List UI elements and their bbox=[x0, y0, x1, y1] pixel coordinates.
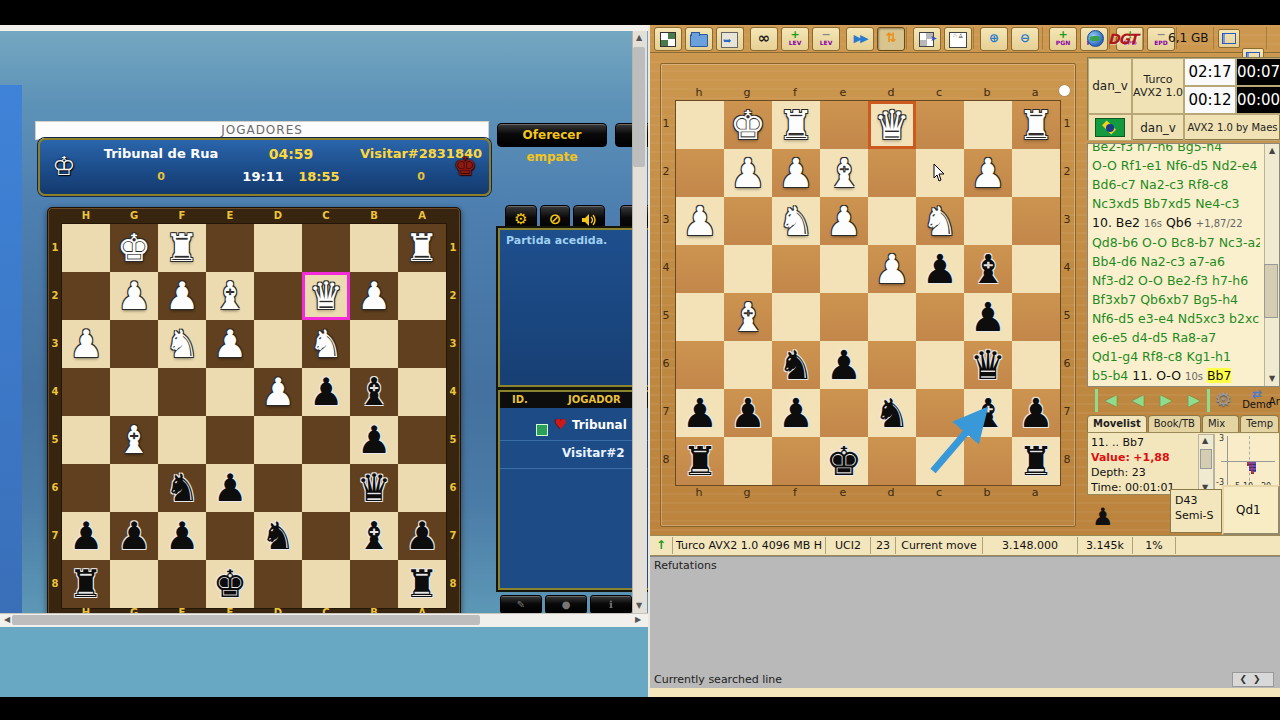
square-d4[interactable]: ♟ bbox=[254, 368, 302, 416]
horizontal-scroll-thumb[interactable] bbox=[12, 615, 480, 625]
scroll-right-arrow[interactable]: ▶ bbox=[632, 614, 644, 626]
square-g4[interactable] bbox=[110, 368, 158, 416]
move-text[interactable]: e6-e5 d4-d5 Ra8-a7 bbox=[1092, 330, 1216, 345]
square-d4[interactable]: ♟ bbox=[868, 245, 916, 293]
square-e7[interactable] bbox=[820, 389, 868, 437]
piece-bP-g7: ♟ bbox=[110, 512, 158, 560]
movelist-line[interactable]: e6-e5 d4-d5 Ra8-a7 bbox=[1092, 328, 1260, 347]
tab-temp[interactable]: Temp bbox=[1240, 415, 1279, 432]
file-label: d bbox=[867, 87, 915, 99]
square-g2[interactable]: ♟ bbox=[110, 272, 158, 320]
square-c8[interactable] bbox=[302, 560, 350, 608]
square-g7[interactable]: ♟ bbox=[110, 512, 158, 560]
square-h5[interactable] bbox=[676, 293, 724, 341]
info-button[interactable]: ℹ bbox=[590, 595, 632, 614]
square-f1[interactable]: ♜ bbox=[158, 224, 206, 272]
players-table-header: ID. JOGADOR bbox=[500, 392, 648, 408]
rank-label: 2 bbox=[48, 272, 62, 320]
rank-label: 7 bbox=[446, 512, 460, 560]
square-g3[interactable] bbox=[110, 320, 158, 368]
left-chess-site-window: JOGADORES ♔ Tribunal de Rua 04:59 Visita… bbox=[0, 25, 648, 697]
square-g6[interactable] bbox=[110, 464, 158, 512]
value-label: Value: bbox=[1091, 451, 1130, 464]
square-e5[interactable] bbox=[820, 293, 868, 341]
piece-bP-c4: ♟ bbox=[916, 245, 964, 293]
scroll-up-arrow[interactable]: ▲ bbox=[633, 32, 645, 44]
square-h6[interactable] bbox=[62, 464, 110, 512]
square-e8[interactable]: ♚ bbox=[206, 560, 254, 608]
file-label: e bbox=[819, 487, 867, 499]
move-text[interactable]: Bf3xb7 Qb6xb7 Bg5-h4 bbox=[1092, 292, 1238, 307]
board-icon bbox=[660, 32, 676, 47]
move-text[interactable]: Nc3xd5 Bb7xd5 Ne4-c3 bbox=[1092, 196, 1240, 211]
square-f2[interactable]: ♟ bbox=[158, 272, 206, 320]
square-f8[interactable] bbox=[158, 560, 206, 608]
tab-movelist[interactable]: Movelist bbox=[1087, 415, 1147, 432]
piece-bR-h8: ♜ bbox=[676, 437, 724, 485]
movelist-line[interactable]: Be2-f3 h7-h6 Bg5-h4 bbox=[1092, 143, 1260, 156]
flag-cell bbox=[1088, 114, 1132, 141]
searched-line-label: Currently searched line bbox=[654, 673, 782, 686]
square-g8[interactable] bbox=[724, 437, 772, 485]
engine-status-segment: 3.145k bbox=[1078, 537, 1133, 554]
infinite-analysis-button[interactable]: ∞ bbox=[750, 27, 778, 51]
square-e4[interactable] bbox=[206, 368, 254, 416]
rank-label: 8 bbox=[660, 436, 672, 484]
piece-bP-b5: ♟ bbox=[350, 416, 398, 464]
lev-label: LEV bbox=[813, 40, 839, 46]
previous-move-button[interactable]: ◀ bbox=[1125, 389, 1151, 412]
rank-label: 7 bbox=[660, 388, 672, 436]
left-board-ranks-right: 12345678 bbox=[446, 224, 460, 608]
piece-wR-f1: ♜ bbox=[158, 224, 206, 272]
engine-status-segments: Turco AVX2 1.0 4096 MB HUCI223Current mo… bbox=[673, 537, 1176, 554]
engine-name: Turco AVX2 1.0 bbox=[1132, 58, 1184, 114]
square-h1[interactable] bbox=[62, 224, 110, 272]
square-c6[interactable] bbox=[916, 341, 964, 389]
depth: Depth: 23 bbox=[1091, 465, 1197, 480]
square-c1[interactable] bbox=[916, 101, 964, 149]
square-a8[interactable]: ♜ bbox=[1012, 437, 1060, 485]
square-e6[interactable]: ♟ bbox=[820, 341, 868, 389]
square-b2[interactable]: ♟ bbox=[964, 149, 1012, 197]
square-c5[interactable] bbox=[916, 293, 964, 341]
rank-label: 2 bbox=[1061, 148, 1073, 196]
refutations-panel[interactable]: Refutations Currently searched line ❮❯ bbox=[650, 556, 1280, 689]
piece-wP-f2: ♟ bbox=[772, 149, 820, 197]
movelist-line[interactable]: 10. Be216sQb6+1,87/22 bbox=[1092, 213, 1260, 233]
pgn-plus-button[interactable]: +PGN bbox=[1049, 27, 1077, 51]
square-b2[interactable]: ♟ bbox=[350, 272, 398, 320]
movelist[interactable]: Be2-f3 h7-h6 Bg5-h4O-O Rf1-e1 Nf6-d5 Nd2… bbox=[1092, 143, 1260, 386]
folder-icon bbox=[690, 34, 708, 47]
square-a1[interactable]: ♜ bbox=[398, 224, 446, 272]
chat-panel[interactable]: Partida acedida. bbox=[498, 228, 648, 387]
file-label: g bbox=[723, 87, 771, 99]
piece-wR-a1: ♜ bbox=[398, 224, 446, 272]
square-d8[interactable] bbox=[254, 560, 302, 608]
eco-code: D43 bbox=[1175, 493, 1217, 508]
move-text[interactable]: Bb4-d6 Na2-c3 a7-a6 bbox=[1092, 254, 1225, 269]
square-f4[interactable] bbox=[158, 368, 206, 416]
square-h4[interactable] bbox=[62, 368, 110, 416]
engine-clock-2: 00:00 bbox=[1236, 86, 1280, 114]
up-down-icon: ⇅ bbox=[886, 30, 897, 45]
file-label: B bbox=[350, 209, 398, 223]
new-game-button[interactable] bbox=[654, 27, 682, 51]
square-f2[interactable]: ♟ bbox=[772, 149, 820, 197]
rank-label: 4 bbox=[660, 244, 672, 292]
last-move-button[interactable]: ▶ bbox=[1181, 389, 1210, 412]
square-d7[interactable]: ♞ bbox=[868, 389, 916, 437]
square-d5[interactable] bbox=[254, 416, 302, 464]
square-g3[interactable] bbox=[724, 197, 772, 245]
square-d1[interactable]: ♛ bbox=[868, 101, 916, 149]
offer-draw-button[interactable]: Oferecer empate bbox=[497, 123, 607, 147]
square-h5[interactable] bbox=[62, 416, 110, 464]
square-a6[interactable] bbox=[1012, 341, 1060, 389]
line-nav-buttons[interactable]: ❮❯ bbox=[1232, 672, 1274, 687]
square-c7[interactable] bbox=[302, 512, 350, 560]
square-d2[interactable] bbox=[868, 149, 916, 197]
square-d5[interactable] bbox=[868, 293, 916, 341]
square-b7[interactable]: ♝ bbox=[350, 512, 398, 560]
square-h3[interactable]: ♟ bbox=[676, 197, 724, 245]
square-d7[interactable]: ♞ bbox=[254, 512, 302, 560]
rank-label: 5 bbox=[660, 292, 672, 340]
piece-wP-b2: ♟ bbox=[350, 272, 398, 320]
piece-bK-e8: ♚ bbox=[206, 560, 254, 608]
zoom-in-button[interactable]: ⊕ bbox=[980, 27, 1008, 51]
move-text[interactable]: Be2-f3 h7-h6 Bg5-h4 bbox=[1092, 143, 1222, 154]
movelist-line[interactable]: O-O Rf1-e1 Nf6-d5 Nd2-e4 bbox=[1092, 156, 1260, 175]
file-label: h bbox=[675, 87, 723, 99]
move-text[interactable]: +1,87/22 bbox=[1196, 218, 1243, 229]
move-text[interactable]: Qb6 bbox=[1166, 215, 1192, 230]
square-b7[interactable]: ♝ bbox=[964, 389, 1012, 437]
square-d8[interactable] bbox=[868, 437, 916, 485]
fast-forward-icon: ▶▶ bbox=[854, 32, 867, 45]
edit-button[interactable]: ✎ bbox=[500, 595, 542, 614]
square-e5[interactable] bbox=[206, 416, 254, 464]
square-h7[interactable]: ♟ bbox=[676, 389, 724, 437]
maximize-icon[interactable] bbox=[1218, 29, 1240, 48]
square-b1[interactable] bbox=[350, 224, 398, 272]
square-b3[interactable] bbox=[964, 197, 1012, 245]
lev-label: LEV bbox=[782, 40, 808, 46]
piece-bN-d7: ♞ bbox=[868, 389, 916, 437]
square-c4[interactable]: ♟ bbox=[302, 368, 350, 416]
pgn-label: PGN bbox=[1050, 40, 1076, 46]
square-d6[interactable] bbox=[254, 464, 302, 512]
square-h7[interactable]: ♟ bbox=[62, 512, 110, 560]
square-c1[interactable] bbox=[302, 224, 350, 272]
scroll-up-arrow[interactable]: ▲ bbox=[1199, 435, 1211, 447]
panel-tabs: MovelistBook/TBMix 1Temp bbox=[1087, 415, 1280, 432]
right-board-grid[interactable]: ♚♜♛♜♟♟♝♟♟♞♟♞♟♟♝♝♟♞♟♛♟♟♟♞♝♟♜♚♜ bbox=[675, 100, 1061, 486]
move-text[interactable]: 11. O-O bbox=[1132, 368, 1181, 383]
square-b5[interactable]: ♟ bbox=[350, 416, 398, 464]
square-g2[interactable]: ♟ bbox=[724, 149, 772, 197]
left-board-files-top: HGFEDCBA bbox=[62, 209, 446, 223]
piece-bN-f6: ♞ bbox=[772, 341, 820, 389]
piece-bQ-b6: ♛ bbox=[350, 464, 398, 512]
square-b1[interactable] bbox=[964, 101, 1012, 149]
square-b4[interactable]: ♝ bbox=[350, 368, 398, 416]
square-h4[interactable] bbox=[676, 245, 724, 293]
piece-bN-d7: ♞ bbox=[254, 512, 302, 560]
scroll-up-arrow[interactable]: ▲ bbox=[1266, 145, 1278, 157]
movelist-line[interactable]: Qd8-b6 O-O Bc8-b7 Nc3-a2 bbox=[1092, 233, 1260, 252]
globe-icon[interactable] bbox=[1087, 30, 1104, 47]
rank-label: 3 bbox=[660, 196, 672, 244]
move-text[interactable]: 10s bbox=[1185, 371, 1203, 382]
left-board-ranks-left: 12345678 bbox=[48, 224, 62, 608]
square-c5[interactable] bbox=[302, 416, 350, 464]
square-f5[interactable] bbox=[158, 416, 206, 464]
square-g8[interactable] bbox=[110, 560, 158, 608]
square-a8[interactable]: ♜ bbox=[398, 560, 446, 608]
piece-bP-f7: ♟ bbox=[772, 389, 820, 437]
square-h3[interactable]: ♟ bbox=[62, 320, 110, 368]
square-b3[interactable] bbox=[350, 320, 398, 368]
player-panel: ♔ Tribunal de Rua 04:59 Visitar#2831840 … bbox=[38, 138, 491, 196]
piece-wQ-c2: ♛ bbox=[302, 272, 350, 320]
square-a4[interactable] bbox=[398, 368, 446, 416]
piece-bP-h7: ♟ bbox=[62, 512, 110, 560]
square-b6[interactable]: ♛ bbox=[350, 464, 398, 512]
square-f5[interactable] bbox=[772, 293, 820, 341]
piece-wN-f3: ♞ bbox=[158, 320, 206, 368]
square-b4[interactable]: ♝ bbox=[964, 245, 1012, 293]
level-minus-button[interactable]: −LEV bbox=[812, 27, 840, 51]
info-scrollbar[interactable]: ▲ ▼ bbox=[1198, 434, 1214, 495]
movelist-line[interactable]: b5-b411. O-O10sBb7 bbox=[1092, 366, 1260, 386]
rank-label: 2 bbox=[660, 148, 672, 196]
rank-label: 7 bbox=[48, 512, 62, 560]
analysis-label-clipped: An bbox=[1269, 396, 1280, 407]
square-f3[interactable]: ♞ bbox=[158, 320, 206, 368]
square-e2[interactable]: ♝ bbox=[206, 272, 254, 320]
square-g5[interactable]: ♝ bbox=[724, 293, 772, 341]
square-c3[interactable]: ♞ bbox=[916, 197, 964, 245]
file-label: c bbox=[915, 487, 963, 499]
square-a6[interactable] bbox=[398, 464, 446, 512]
vertical-scroll-thumb[interactable] bbox=[633, 47, 645, 167]
file-label: b bbox=[963, 87, 1011, 99]
file-label: D bbox=[254, 209, 302, 223]
move-text[interactable]: Qd8-b6 O-O Bc8-b7 Nc3-a2 bbox=[1092, 235, 1260, 250]
piece-wP-h3: ♟ bbox=[62, 320, 110, 368]
square-c3[interactable]: ♞ bbox=[302, 320, 350, 368]
flip-board-button[interactable]: ⇅ bbox=[877, 27, 905, 51]
square-f3[interactable]: ♞ bbox=[772, 197, 820, 245]
square-e2[interactable]: ♝ bbox=[820, 149, 868, 197]
square-a3[interactable] bbox=[398, 320, 446, 368]
save-icon bbox=[721, 32, 738, 48]
tab-mix-1[interactable]: Mix 1 bbox=[1202, 415, 1239, 432]
square-e1[interactable] bbox=[820, 101, 868, 149]
square-f1[interactable]: ♜ bbox=[772, 101, 820, 149]
eco-row: ♟ D43 Semi-S Qd1 bbox=[1087, 495, 1280, 535]
square-d2[interactable] bbox=[254, 272, 302, 320]
rank-label: 1 bbox=[446, 224, 460, 272]
piece-wB-e2: ♝ bbox=[820, 149, 868, 197]
white-score: 0 bbox=[86, 166, 236, 190]
first-move-button[interactable]: ◀ bbox=[1095, 389, 1124, 412]
move-text[interactable]: O-O Rf1-e1 Nf6-d5 Nd2-e4 bbox=[1092, 158, 1258, 173]
book-move-box[interactable]: Qd1 bbox=[1222, 485, 1280, 535]
highlighted-move[interactable]: Bb7 bbox=[1207, 368, 1231, 383]
black-pawn-icon: ♟ bbox=[1092, 503, 1114, 531]
square-g4[interactable] bbox=[724, 245, 772, 293]
square-a7[interactable]: ♟ bbox=[398, 512, 446, 560]
move-text[interactable]: Nf6-d5 e3-e4 Nd5xc3 b2xc3 bbox=[1092, 311, 1260, 326]
square-c8[interactable] bbox=[916, 437, 964, 485]
square-h1[interactable] bbox=[676, 101, 724, 149]
square-h2[interactable] bbox=[62, 272, 110, 320]
info-scroll-thumb[interactable] bbox=[1200, 449, 1212, 469]
black-crown-icon: ♚ bbox=[445, 142, 485, 190]
main-clock: 04:59 bbox=[236, 142, 346, 166]
piece-bB-b7: ♝ bbox=[964, 389, 1012, 437]
file-label: G bbox=[110, 209, 158, 223]
scroll-down-arrow[interactable]: ▼ bbox=[1266, 373, 1278, 385]
square-e6[interactable]: ♟ bbox=[206, 464, 254, 512]
next-move-button[interactable]: ▶ bbox=[1153, 389, 1179, 412]
zoom-out-icon: ⊖ bbox=[1020, 31, 1030, 45]
movelist-line[interactable]: Bb4-d6 Na2-c3 a7-a6 bbox=[1092, 252, 1260, 271]
engine-arrow-button[interactable]: ↑ bbox=[650, 537, 673, 554]
square-d1[interactable] bbox=[254, 224, 302, 272]
square-a4[interactable] bbox=[1012, 245, 1060, 293]
open-button[interactable] bbox=[685, 27, 713, 51]
square-e4[interactable] bbox=[820, 245, 868, 293]
file-label: h bbox=[675, 487, 723, 499]
square-b8[interactable] bbox=[964, 437, 1012, 485]
square-a1[interactable]: ♜ bbox=[1012, 101, 1060, 149]
square-g5[interactable]: ♝ bbox=[110, 416, 158, 464]
square-c6[interactable] bbox=[302, 464, 350, 512]
move-now-button[interactable]: ▶▶ bbox=[846, 27, 874, 51]
square-b5[interactable]: ♟ bbox=[964, 293, 1012, 341]
square-h2[interactable] bbox=[676, 149, 724, 197]
left-board-grid[interactable]: ♚♜♜♟♟♝♛♟♟♞♟♞♟♟♝♝♟♞♟♛♟♟♟♞♝♟♜♚♜ bbox=[61, 223, 447, 609]
mic-button[interactable]: ● bbox=[545, 595, 587, 614]
square-g1[interactable]: ♚ bbox=[110, 224, 158, 272]
square-d6[interactable] bbox=[868, 341, 916, 389]
save-button[interactable] bbox=[716, 27, 744, 51]
movelist-scrollbar[interactable]: ▲ ▼ bbox=[1264, 144, 1279, 386]
square-h6[interactable] bbox=[676, 341, 724, 389]
rank-label: 3 bbox=[1061, 196, 1073, 244]
brazil-flag-icon bbox=[1095, 118, 1125, 137]
square-d3[interactable] bbox=[868, 197, 916, 245]
setup-position-button[interactable] bbox=[913, 27, 941, 51]
shield-icon: ♥ bbox=[554, 416, 567, 432]
square-f4[interactable] bbox=[772, 245, 820, 293]
engine-settings-button[interactable]: ⚙ bbox=[1215, 388, 1232, 410]
right-board-ranks-right: 12345678 bbox=[1061, 100, 1073, 484]
movelist-scroll-thumb[interactable] bbox=[1264, 264, 1278, 318]
piece-wP-b2: ♟ bbox=[964, 149, 1012, 197]
square-c7[interactable] bbox=[916, 389, 964, 437]
square-e1[interactable] bbox=[206, 224, 254, 272]
tab-book-tb[interactable]: Book/TB bbox=[1148, 415, 1201, 432]
rank-label: 3 bbox=[48, 320, 62, 368]
move-text[interactable]: Qd1-g4 Rf8-c8 Kg1-h1 bbox=[1092, 349, 1231, 364]
file-label: C bbox=[302, 209, 350, 223]
square-f6[interactable]: ♞ bbox=[772, 341, 820, 389]
square-c2[interactable] bbox=[916, 149, 964, 197]
movelist-line[interactable]: Bd6-c7 Na2-c3 Rf8-c8 bbox=[1092, 175, 1260, 194]
square-e8[interactable]: ♚ bbox=[820, 437, 868, 485]
square-g1[interactable]: ♚ bbox=[724, 101, 772, 149]
left-background-edge bbox=[0, 85, 22, 613]
square-a3[interactable] bbox=[1012, 197, 1060, 245]
square-f7[interactable]: ♟ bbox=[772, 389, 820, 437]
square-e3[interactable]: ♟ bbox=[820, 197, 868, 245]
square-f6[interactable]: ♞ bbox=[158, 464, 206, 512]
table-row[interactable]: ♥ Tribunal bbox=[500, 414, 648, 441]
movelist-line[interactable]: Bf3xb7 Qb6xb7 Bg5-h4 bbox=[1092, 290, 1260, 309]
square-g7[interactable]: ♟ bbox=[724, 389, 772, 437]
engine-status-segment: UCI2 bbox=[826, 537, 871, 554]
level-plus-button[interactable]: +LEV bbox=[781, 27, 809, 51]
square-e7[interactable] bbox=[206, 512, 254, 560]
movelist-line[interactable]: Nc3xd5 Bb7xd5 Ne4-c3 bbox=[1092, 194, 1260, 213]
square-g6[interactable] bbox=[724, 341, 772, 389]
square-b8[interactable] bbox=[350, 560, 398, 608]
white-clock: 19:11 bbox=[242, 169, 283, 184]
square-e3[interactable]: ♟ bbox=[206, 320, 254, 368]
square-a5[interactable] bbox=[398, 416, 446, 464]
white-to-move-indicator bbox=[1059, 85, 1070, 96]
square-a5[interactable] bbox=[1012, 293, 1060, 341]
square-h8[interactable]: ♜ bbox=[62, 560, 110, 608]
piece-wN-c3: ♞ bbox=[916, 197, 964, 245]
square-d3[interactable] bbox=[254, 320, 302, 368]
players-table[interactable]: ID. JOGADOR ♥ Tribunal Visitar#2 bbox=[498, 390, 648, 590]
analysis-text: 11. .. Bb7 Value: +1,88 Depth: 23 Time: … bbox=[1091, 435, 1197, 492]
square-c2[interactable]: ♛ bbox=[302, 272, 350, 320]
table-row[interactable]: Visitar#2 bbox=[500, 442, 648, 469]
movelist-panel[interactable]: Be2-f3 h7-h6 Bg5-h4O-O Rf1-e1 Nf6-d5 Nd2… bbox=[1087, 143, 1280, 387]
move-text[interactable]: Nf3-d2 O-O Be2-f3 h7-h6 bbox=[1092, 273, 1248, 288]
square-f7[interactable]: ♟ bbox=[158, 512, 206, 560]
square-f8[interactable] bbox=[772, 437, 820, 485]
square-h8[interactable]: ♜ bbox=[676, 437, 724, 485]
square-c4[interactable]: ♟ bbox=[916, 245, 964, 293]
movelist-line[interactable]: Nf3-d2 O-O Be2-f3 h7-h6 bbox=[1092, 271, 1260, 290]
move-text[interactable]: 10. Be2 bbox=[1092, 215, 1140, 230]
square-b6[interactable]: ♛ bbox=[964, 341, 1012, 389]
zoom-out-button[interactable]: ⊖ bbox=[1011, 27, 1039, 51]
scroll-down-arrow[interactable]: ▼ bbox=[633, 600, 645, 612]
movelist-line[interactable]: Qd1-g4 Rf8-c8 Kg1-h1 bbox=[1092, 347, 1260, 366]
piece-dialog-button[interactable]: ♘♙ bbox=[944, 27, 972, 51]
movelist-line[interactable]: Nf6-d5 e3-e4 Nd5xc3 b2xc3 bbox=[1092, 309, 1260, 328]
piece-wN-c3: ♞ bbox=[302, 320, 350, 368]
square-a2[interactable] bbox=[398, 272, 446, 320]
move-text[interactable]: 16s bbox=[1144, 218, 1162, 229]
piece-bP-g7: ♟ bbox=[724, 389, 772, 437]
right-board-files-top: hgfedcba bbox=[675, 87, 1059, 99]
square-a2[interactable] bbox=[1012, 149, 1060, 197]
move-text[interactable]: b5-b4 bbox=[1092, 368, 1128, 383]
square-a7[interactable]: ♟ bbox=[1012, 389, 1060, 437]
move-text[interactable]: Bd6-c7 Na2-c3 Rf8-c8 bbox=[1092, 177, 1228, 192]
